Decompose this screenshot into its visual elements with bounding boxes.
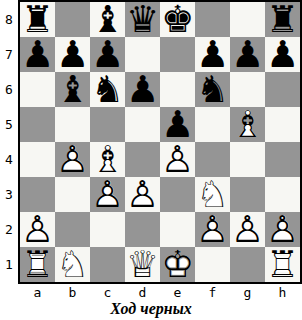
square-f3: ♞♘ (195, 177, 230, 212)
square-c3: ♟♙ (90, 177, 125, 212)
square-a5 (20, 107, 55, 142)
square-e3 (160, 177, 195, 212)
square-g3 (230, 177, 265, 212)
square-d7 (125, 37, 160, 72)
square-g6 (230, 72, 265, 107)
square-g7: ♟ (230, 37, 265, 72)
white-queen: ♛♕ (125, 247, 160, 282)
square-c8: ♝ (90, 2, 125, 37)
white-pawn: ♟♙ (265, 212, 300, 247)
square-b2 (55, 212, 90, 247)
square-f4 (195, 142, 230, 177)
square-b8 (55, 2, 90, 37)
square-d8: ♛ (125, 2, 160, 37)
black-pawn: ♟ (195, 37, 230, 72)
file-labels: abcdefgh (20, 285, 300, 300)
square-g8 (230, 2, 265, 37)
square-d6: ♟ (125, 72, 160, 107)
square-c2 (90, 212, 125, 247)
black-rook: ♜ (265, 2, 300, 37)
white-pawn: ♟♙ (160, 142, 195, 177)
square-b6: ♝ (55, 72, 90, 107)
square-f8 (195, 2, 230, 37)
square-h4 (265, 142, 300, 177)
rank-label-1: 1 (0, 247, 18, 282)
white-pawn: ♟♙ (55, 142, 90, 177)
file-label-g: g (230, 285, 265, 300)
rank-label-5: 5 (0, 107, 18, 142)
square-g1 (230, 247, 265, 282)
piece-outline: ♘ (195, 177, 230, 212)
square-b5 (55, 107, 90, 142)
square-d1: ♛♕ (125, 247, 160, 282)
square-e8: ♚ (160, 2, 195, 37)
white-pawn: ♟♙ (230, 212, 265, 247)
square-h7: ♟ (265, 37, 300, 72)
white-knight: ♞♘ (55, 247, 90, 282)
square-b4: ♟♙ (55, 142, 90, 177)
square-e2 (160, 212, 195, 247)
piece-outline: ♗ (90, 142, 125, 177)
white-pawn: ♟♙ (125, 177, 160, 212)
rank-label-7: 7 (0, 37, 18, 72)
black-rook: ♜ (20, 2, 55, 37)
square-d3: ♟♙ (125, 177, 160, 212)
chess-diagram: 87654321 ♜♝♛♚♜♟♟♟♟♟♟♝♞♟♞♟♝♗♟♙♝♗♟♙♟♙♟♙♞♘♟… (0, 0, 302, 320)
square-g2: ♟♙ (230, 212, 265, 247)
white-bishop: ♝♗ (230, 107, 265, 142)
square-h1: ♜♖ (265, 247, 300, 282)
file-label-h: h (265, 285, 300, 300)
black-bishop: ♝ (90, 2, 125, 37)
square-f2: ♟♙ (195, 212, 230, 247)
black-knight: ♞ (90, 72, 125, 107)
square-e1: ♚♔ (160, 247, 195, 282)
black-pawn: ♟ (265, 37, 300, 72)
rank-label-8: 8 (0, 2, 18, 37)
rank-label-2: 2 (0, 212, 18, 247)
file-label-a: a (20, 285, 55, 300)
rank-labels: 87654321 (0, 2, 18, 282)
piece-outline: ♙ (125, 177, 160, 212)
square-h5 (265, 107, 300, 142)
square-c5 (90, 107, 125, 142)
piece-outline: ♙ (55, 142, 90, 177)
square-e5: ♟ (160, 107, 195, 142)
piece-outline: ♖ (20, 247, 55, 282)
square-c6: ♞ (90, 72, 125, 107)
square-e4: ♟♙ (160, 142, 195, 177)
piece-outline: ♙ (265, 212, 300, 247)
white-pawn: ♟♙ (20, 212, 55, 247)
white-knight: ♞♘ (195, 177, 230, 212)
chess-board: ♜♝♛♚♜♟♟♟♟♟♟♝♞♟♞♟♝♗♟♙♝♗♟♙♟♙♟♙♞♘♟♙♟♙♟♙♟♙♜♖… (18, 0, 302, 284)
piece-outline: ♕ (125, 247, 160, 282)
square-d5 (125, 107, 160, 142)
square-e7 (160, 37, 195, 72)
black-pawn: ♟ (125, 72, 160, 107)
white-pawn: ♟♙ (90, 177, 125, 212)
rank-label-6: 6 (0, 72, 18, 107)
white-pawn: ♟♙ (195, 212, 230, 247)
rank-label-3: 3 (0, 177, 18, 212)
file-label-d: d (125, 285, 160, 300)
square-c4: ♝♗ (90, 142, 125, 177)
black-pawn: ♟ (90, 37, 125, 72)
piece-outline: ♔ (160, 247, 195, 282)
square-f6: ♞ (195, 72, 230, 107)
black-queen: ♛ (125, 2, 160, 37)
white-king: ♚♔ (160, 247, 195, 282)
black-king: ♚ (160, 2, 195, 37)
file-label-f: f (195, 285, 230, 300)
square-g4 (230, 142, 265, 177)
square-d2 (125, 212, 160, 247)
square-a7: ♟ (20, 37, 55, 72)
square-a4 (20, 142, 55, 177)
square-f7: ♟ (195, 37, 230, 72)
white-rook: ♜♖ (265, 247, 300, 282)
piece-outline: ♗ (230, 107, 265, 142)
square-c1 (90, 247, 125, 282)
piece-outline: ♙ (230, 212, 265, 247)
white-rook: ♜♖ (20, 247, 55, 282)
piece-outline: ♙ (90, 177, 125, 212)
square-h8: ♜ (265, 2, 300, 37)
black-pawn: ♟ (230, 37, 265, 72)
square-b7: ♟ (55, 37, 90, 72)
square-g5: ♝♗ (230, 107, 265, 142)
file-label-e: e (160, 285, 195, 300)
square-b1: ♞♘ (55, 247, 90, 282)
square-a6 (20, 72, 55, 107)
move-indicator-caption: Ход черных (0, 300, 302, 318)
piece-outline: ♙ (160, 142, 195, 177)
square-e6 (160, 72, 195, 107)
square-f5 (195, 107, 230, 142)
square-h2: ♟♙ (265, 212, 300, 247)
rank-label-4: 4 (0, 142, 18, 177)
file-label-b: b (55, 285, 90, 300)
piece-outline: ♙ (195, 212, 230, 247)
piece-outline: ♖ (265, 247, 300, 282)
piece-outline: ♙ (20, 212, 55, 247)
black-pawn: ♟ (20, 37, 55, 72)
black-pawn: ♟ (160, 107, 195, 142)
square-a1: ♜♖ (20, 247, 55, 282)
square-b3 (55, 177, 90, 212)
square-a8: ♜ (20, 2, 55, 37)
square-a2: ♟♙ (20, 212, 55, 247)
black-pawn: ♟ (55, 37, 90, 72)
square-h6 (265, 72, 300, 107)
black-bishop: ♝ (55, 72, 90, 107)
square-a3 (20, 177, 55, 212)
black-knight: ♞ (195, 72, 230, 107)
file-label-c: c (90, 285, 125, 300)
white-bishop: ♝♗ (90, 142, 125, 177)
square-h3 (265, 177, 300, 212)
square-c7: ♟ (90, 37, 125, 72)
square-f1 (195, 247, 230, 282)
square-d4 (125, 142, 160, 177)
piece-outline: ♘ (55, 247, 90, 282)
